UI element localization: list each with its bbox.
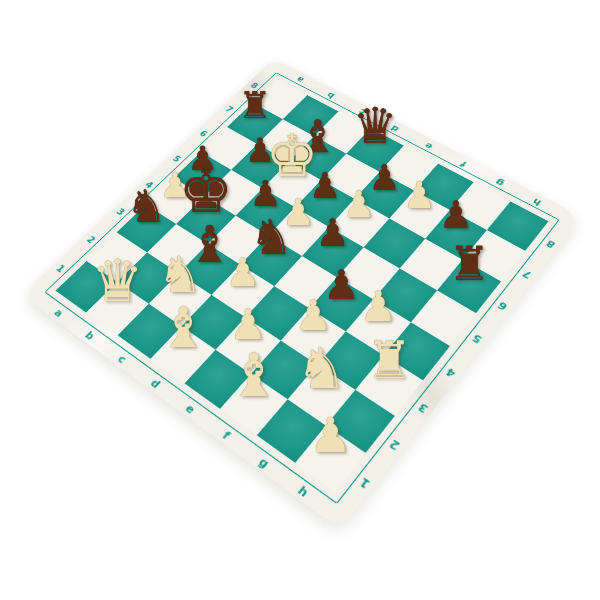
- piece-white-bishop-d1[interactable]: ♝: [158, 300, 208, 356]
- piece-white-queen-b1[interactable]: ♛: [91, 252, 143, 310]
- piece-dark-rook-a7[interactable]: ♜: [239, 88, 272, 124]
- piece-dark-queen-d8[interactable]: ♛: [353, 101, 398, 151]
- piece-white-knight-g2[interactable]: ♞: [296, 339, 347, 396]
- piece-white-knight-c2[interactable]: ♞: [158, 251, 203, 301]
- piece-dark-pawn-e5[interactable]: ♟: [316, 215, 350, 253]
- piece-white-pawn-f7[interactable]: ♟: [403, 178, 436, 215]
- piece-dark-pawn-g7[interactable]: ♟: [439, 198, 473, 236]
- pieces-layer: ♜♛♝♟♟♚♟♟♟♟♟♚♟♞♟♟♟♞♝♜♟♞♟♛♟♟♟♝♜♞♝♟: [0, 0, 600, 600]
- piece-white-bishop-f1[interactable]: ♝: [227, 346, 281, 406]
- chess-photo-scene: 1122334455667788aabbccddeeffgghh ♜♛♝♟♟♚♟…: [0, 0, 600, 600]
- piece-dark-king-b4[interactable]: ♚: [179, 161, 233, 222]
- piece-white-pawn-h1[interactable]: ♟: [309, 411, 352, 459]
- piece-white-pawn-d3[interactable]: ♟: [225, 252, 260, 291]
- piece-dark-rook-h6[interactable]: ♜: [448, 241, 490, 288]
- piece-dark-pawn-c5[interactable]: ♟: [249, 177, 281, 213]
- piece-white-pawn-f3[interactable]: ♟: [294, 295, 332, 337]
- piece-dark-knight-a3[interactable]: ♞: [126, 184, 167, 229]
- piece-white-rook-h3[interactable]: ♜: [366, 335, 412, 387]
- piece-white-pawn-g4[interactable]: ♟: [360, 286, 398, 328]
